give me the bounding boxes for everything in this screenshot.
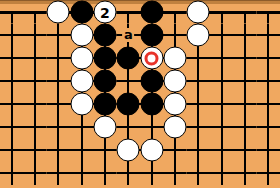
point-r0-c8: [187, 1, 210, 24]
point-r6-c10: [233, 139, 256, 162]
point-r1-c6: [140, 24, 163, 47]
point-r7-c0: [0, 162, 23, 185]
point-r4-c6: [140, 93, 163, 116]
point-r7-c10: [233, 162, 256, 185]
point-r0-c0: [0, 1, 23, 24]
point-r0-c11: [257, 1, 280, 24]
white-stone: [187, 24, 210, 47]
point-r5-c0: [0, 116, 23, 139]
white-stone: [187, 1, 210, 24]
point-r1-c7: [163, 24, 186, 47]
point-r7-c5: [117, 162, 140, 185]
point-r5-c9: [210, 116, 233, 139]
point-r3-c7: [163, 70, 186, 93]
point-r0-c10: [233, 1, 256, 24]
point-r6-c6: [140, 139, 163, 162]
point-r1-c5: a: [117, 24, 140, 47]
point-r2-c3: [70, 47, 93, 70]
point-r2-c0: [0, 47, 23, 70]
point-r0-c7: [163, 1, 186, 24]
point-r7-c7: [163, 162, 186, 185]
point-r3-c2: [47, 70, 70, 93]
white-stone: [117, 139, 140, 162]
point-r3-c4: [93, 70, 116, 93]
point-r4-c4: [93, 93, 116, 116]
point-r7-c6: [140, 162, 163, 185]
white-stone: [140, 139, 163, 162]
black-stone: [93, 93, 116, 116]
point-r0-c2: [47, 1, 70, 24]
black-stone: [140, 70, 163, 93]
point-r6-c8: [187, 139, 210, 162]
point-r0-c4: 2: [93, 1, 116, 24]
point-r0-c6: [140, 1, 163, 24]
point-r6-c1: [23, 139, 46, 162]
point-r4-c2: [47, 93, 70, 116]
point-r2-c7: [163, 47, 186, 70]
point-r3-c10: [233, 70, 256, 93]
point-r7-c8: [187, 162, 210, 185]
white-stone: [163, 47, 186, 70]
point-r6-c4: [93, 139, 116, 162]
point-r3-c8: [187, 70, 210, 93]
black-stone: [93, 47, 116, 70]
move-number-label: 2: [100, 5, 110, 19]
point-r4-c3: [70, 93, 93, 116]
black-stone: [117, 93, 140, 116]
black-stone: [140, 93, 163, 116]
point-r5-c11: [257, 116, 280, 139]
point-r4-c11: [257, 93, 280, 116]
black-stone: [93, 24, 116, 47]
point-r1-c1: [23, 24, 46, 47]
point-r0-c9: [210, 1, 233, 24]
point-r5-c10: [233, 116, 256, 139]
white-stone: [70, 70, 93, 93]
point-r0-c3: [70, 1, 93, 24]
point-r5-c1: [23, 116, 46, 139]
point-r3-c5: [117, 70, 140, 93]
white-stone: [70, 47, 93, 70]
point-r2-c4: [93, 47, 116, 70]
point-r6-c2: [47, 139, 70, 162]
black-stone: [117, 47, 140, 70]
point-r6-c0: [0, 139, 23, 162]
point-r3-c0: [0, 70, 23, 93]
black-stone: [140, 24, 163, 47]
point-r5-c8: [187, 116, 210, 139]
black-stone: [140, 1, 163, 24]
point-r5-c5: [117, 116, 140, 139]
white-stone: [70, 24, 93, 47]
point-r2-c2: [47, 47, 70, 70]
point-label-a: a: [122, 28, 134, 42]
point-r7-c4: [93, 162, 116, 185]
white-stone: [47, 1, 70, 24]
point-r1-c3: [70, 24, 93, 47]
point-r5-c3: [70, 116, 93, 139]
point-r7-c2: [47, 162, 70, 185]
point-r4-c1: [23, 93, 46, 116]
point-r4-c0: [0, 93, 23, 116]
point-r4-c5: [117, 93, 140, 116]
point-r3-c3: [70, 70, 93, 93]
white-stone: [163, 70, 186, 93]
point-r1-c2: [47, 24, 70, 47]
point-r7-c9: [210, 162, 233, 185]
point-r7-c1: [23, 162, 46, 185]
point-r2-c1: [23, 47, 46, 70]
point-r1-c10: [233, 24, 256, 47]
red-circle-marker-icon: [145, 51, 159, 65]
point-r2-c8: [187, 47, 210, 70]
point-r6-c7: [163, 139, 186, 162]
point-r5-c7: [163, 116, 186, 139]
point-r1-c8: [187, 24, 210, 47]
point-r6-c5: [117, 139, 140, 162]
point-r1-c4: [93, 24, 116, 47]
point-r7-c11: [257, 162, 280, 185]
point-r4-c8: [187, 93, 210, 116]
point-r0-c1: [23, 1, 46, 24]
point-r4-c7: [163, 93, 186, 116]
point-r6-c11: [257, 139, 280, 162]
point-r5-c6: [140, 116, 163, 139]
white-stone: [140, 47, 163, 70]
point-r2-c6: [140, 47, 163, 70]
go-grid: 2a: [0, 1, 280, 185]
point-r5-c4: [93, 116, 116, 139]
point-r4-c10: [233, 93, 256, 116]
point-r5-c2: [47, 116, 70, 139]
white-stone: [93, 116, 116, 139]
point-r2-c9: [210, 47, 233, 70]
black-stone: [93, 70, 116, 93]
point-r1-c9: [210, 24, 233, 47]
white-stone: [70, 93, 93, 116]
point-r6-c9: [210, 139, 233, 162]
point-r7-c3: [70, 162, 93, 185]
point-r0-c5: [117, 1, 140, 24]
white-stone: [163, 93, 186, 116]
point-r3-c11: [257, 70, 280, 93]
point-r2-c5: [117, 47, 140, 70]
white-stone: [163, 116, 186, 139]
white-stone: 2: [93, 1, 116, 24]
point-r1-c11: [257, 24, 280, 47]
point-r2-c11: [257, 47, 280, 70]
point-r6-c3: [70, 139, 93, 162]
point-r3-c1: [23, 70, 46, 93]
go-board-diagram: 2a: [0, 0, 280, 188]
black-stone: [70, 1, 93, 24]
point-r3-c6: [140, 70, 163, 93]
point-r3-c9: [210, 70, 233, 93]
point-r1-c0: [0, 24, 23, 47]
point-r2-c10: [233, 47, 256, 70]
point-r4-c9: [210, 93, 233, 116]
